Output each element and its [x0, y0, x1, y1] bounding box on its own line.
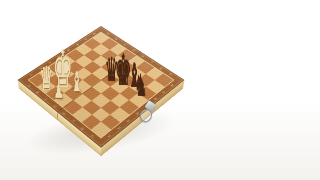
black-knight[interactable]: ♞ — [130, 70, 150, 100]
clasp-latch — [138, 100, 160, 126]
pieces-layer: ♛♚♟♝♛♚♝♞ — [18, 26, 185, 148]
chessboard-3d-scene: abcdefgh abcdefgh 87654321 87654321 ♛♚♟♝… — [0, 0, 200, 180]
chessboard: abcdefgh abcdefgh 87654321 87654321 ♛♚♟♝… — [18, 26, 185, 148]
white-pawn[interactable]: ♟ — [46, 83, 72, 101]
product-photo-stage: abcdefgh abcdefgh 87654321 87654321 ♛♚♟♝… — [0, 0, 200, 180]
